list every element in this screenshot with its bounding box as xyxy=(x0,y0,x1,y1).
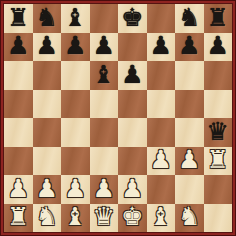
square-f7[interactable]: ♟ xyxy=(147,33,176,62)
piece-white-queen[interactable]: ♛ xyxy=(93,204,115,229)
chess-board: ♜♞♝♚♞♜♟♟♟♟♟♟♟♝♟♛♟♟♜♟♟♟♟♟♜♞♝♛♚♝♞ xyxy=(4,4,232,232)
square-c8[interactable]: ♝ xyxy=(61,4,90,33)
piece-white-pawn[interactable]: ♟ xyxy=(7,176,29,201)
piece-black-pawn[interactable]: ♟ xyxy=(207,33,229,58)
piece-black-pawn[interactable]: ♟ xyxy=(7,33,29,58)
piece-black-queen[interactable]: ♛ xyxy=(207,119,229,144)
piece-white-pawn[interactable]: ♟ xyxy=(64,176,86,201)
square-g5[interactable] xyxy=(175,90,204,119)
square-g6[interactable] xyxy=(175,61,204,90)
square-f8[interactable] xyxy=(147,4,176,33)
square-c5[interactable] xyxy=(61,90,90,119)
square-b6[interactable] xyxy=(33,61,62,90)
piece-black-knight[interactable]: ♞ xyxy=(178,5,200,30)
piece-white-knight[interactable]: ♞ xyxy=(178,204,200,229)
piece-black-bishop[interactable]: ♝ xyxy=(93,62,115,87)
square-e2[interactable]: ♟ xyxy=(118,175,147,204)
square-g8[interactable]: ♞ xyxy=(175,4,204,33)
piece-white-bishop[interactable]: ♝ xyxy=(150,204,172,229)
piece-black-pawn[interactable]: ♟ xyxy=(93,33,115,58)
square-a2[interactable]: ♟ xyxy=(4,175,33,204)
piece-black-pawn[interactable]: ♟ xyxy=(36,33,58,58)
piece-black-pawn[interactable]: ♟ xyxy=(64,33,86,58)
piece-black-rook[interactable]: ♜ xyxy=(7,5,29,30)
square-b2[interactable]: ♟ xyxy=(33,175,62,204)
square-g3[interactable]: ♟ xyxy=(175,147,204,176)
piece-white-pawn[interactable]: ♟ xyxy=(178,147,200,172)
square-a3[interactable] xyxy=(4,147,33,176)
chess-board-frame: ♜♞♝♚♞♜♟♟♟♟♟♟♟♝♟♛♟♟♜♟♟♟♟♟♜♞♝♛♚♝♞ xyxy=(0,0,236,236)
piece-black-king[interactable]: ♚ xyxy=(121,5,143,30)
square-f4[interactable] xyxy=(147,118,176,147)
square-e4[interactable] xyxy=(118,118,147,147)
square-b4[interactable] xyxy=(33,118,62,147)
square-f6[interactable] xyxy=(147,61,176,90)
piece-white-pawn[interactable]: ♟ xyxy=(36,176,58,201)
piece-black-pawn[interactable]: ♟ xyxy=(121,62,143,87)
piece-black-bishop[interactable]: ♝ xyxy=(64,5,86,30)
square-e6[interactable]: ♟ xyxy=(118,61,147,90)
piece-white-pawn[interactable]: ♟ xyxy=(93,176,115,201)
square-g7[interactable]: ♟ xyxy=(175,33,204,62)
square-d2[interactable]: ♟ xyxy=(90,175,119,204)
square-f2[interactable] xyxy=(147,175,176,204)
square-a6[interactable] xyxy=(4,61,33,90)
square-g1[interactable]: ♞ xyxy=(175,204,204,233)
square-a1[interactable]: ♜ xyxy=(4,204,33,233)
square-e1[interactable]: ♚ xyxy=(118,204,147,233)
square-d6[interactable]: ♝ xyxy=(90,61,119,90)
square-e3[interactable] xyxy=(118,147,147,176)
piece-black-pawn[interactable]: ♟ xyxy=(178,33,200,58)
square-d8[interactable] xyxy=(90,4,119,33)
square-c6[interactable] xyxy=(61,61,90,90)
square-h2[interactable] xyxy=(204,175,233,204)
piece-black-knight[interactable]: ♞ xyxy=(36,5,58,30)
piece-black-rook[interactable]: ♜ xyxy=(207,5,229,30)
piece-black-pawn[interactable]: ♟ xyxy=(150,33,172,58)
piece-white-rook[interactable]: ♜ xyxy=(7,204,29,229)
square-h3[interactable]: ♜ xyxy=(204,147,233,176)
square-f1[interactable]: ♝ xyxy=(147,204,176,233)
square-c1[interactable]: ♝ xyxy=(61,204,90,233)
square-h1[interactable] xyxy=(204,204,233,233)
square-d5[interactable] xyxy=(90,90,119,119)
square-c2[interactable]: ♟ xyxy=(61,175,90,204)
square-h8[interactable]: ♜ xyxy=(204,4,233,33)
square-b7[interactable]: ♟ xyxy=(33,33,62,62)
square-e8[interactable]: ♚ xyxy=(118,4,147,33)
square-h7[interactable]: ♟ xyxy=(204,33,233,62)
square-f5[interactable] xyxy=(147,90,176,119)
square-a8[interactable]: ♜ xyxy=(4,4,33,33)
square-g2[interactable] xyxy=(175,175,204,204)
piece-white-king[interactable]: ♚ xyxy=(121,204,143,229)
square-e5[interactable] xyxy=(118,90,147,119)
square-a7[interactable]: ♟ xyxy=(4,33,33,62)
square-h4[interactable]: ♛ xyxy=(204,118,233,147)
piece-white-knight[interactable]: ♞ xyxy=(36,204,58,229)
square-f3[interactable]: ♟ xyxy=(147,147,176,176)
square-d1[interactable]: ♛ xyxy=(90,204,119,233)
square-c4[interactable] xyxy=(61,118,90,147)
square-g4[interactable] xyxy=(175,118,204,147)
piece-white-rook[interactable]: ♜ xyxy=(207,147,229,172)
piece-white-bishop[interactable]: ♝ xyxy=(64,204,86,229)
square-h5[interactable] xyxy=(204,90,233,119)
piece-white-pawn[interactable]: ♟ xyxy=(150,147,172,172)
square-e7[interactable] xyxy=(118,33,147,62)
square-d4[interactable] xyxy=(90,118,119,147)
square-b8[interactable]: ♞ xyxy=(33,4,62,33)
square-b1[interactable]: ♞ xyxy=(33,204,62,233)
square-c7[interactable]: ♟ xyxy=(61,33,90,62)
square-a5[interactable] xyxy=(4,90,33,119)
piece-white-pawn[interactable]: ♟ xyxy=(121,176,143,201)
square-b3[interactable] xyxy=(33,147,62,176)
square-d3[interactable] xyxy=(90,147,119,176)
square-h6[interactable] xyxy=(204,61,233,90)
square-b5[interactable] xyxy=(33,90,62,119)
square-a4[interactable] xyxy=(4,118,33,147)
square-d7[interactable]: ♟ xyxy=(90,33,119,62)
square-c3[interactable] xyxy=(61,147,90,176)
